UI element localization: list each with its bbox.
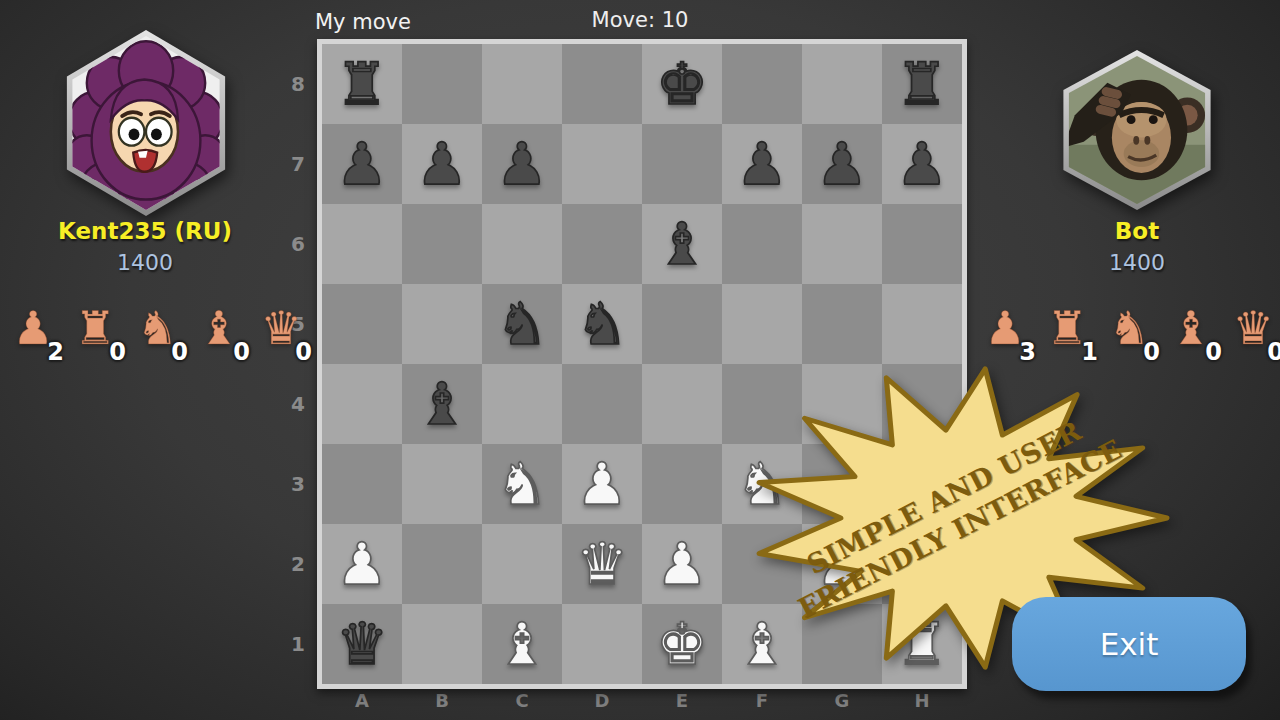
square-a2[interactable]: ♟ — [322, 524, 402, 604]
rank-label-3: 3 — [284, 444, 312, 524]
captured-count: 0 — [295, 338, 312, 366]
square-b4[interactable]: ♝ — [402, 364, 482, 444]
black-queen[interactable]: ♛ — [336, 604, 388, 684]
right-player-avatar — [1057, 50, 1217, 210]
square-d1[interactable] — [562, 604, 642, 684]
file-label-e: E — [642, 690, 722, 711]
square-a8[interactable]: ♜ — [322, 44, 402, 124]
square-h8[interactable]: ♜ — [882, 44, 962, 124]
black-rook[interactable]: ♜ — [896, 44, 948, 124]
square-c6[interactable] — [482, 204, 562, 284]
captured-pawn: ♟3 — [982, 300, 1028, 358]
square-f5[interactable] — [722, 284, 802, 364]
black-king[interactable]: ♚ — [656, 44, 708, 124]
black-pawn[interactable]: ♟ — [896, 124, 948, 204]
square-g7[interactable]: ♟ — [802, 124, 882, 204]
captured-queen: ♛0 — [258, 300, 304, 358]
square-c1[interactable]: ♝ — [482, 604, 562, 684]
black-bishop[interactable]: ♝ — [416, 364, 468, 444]
square-f6[interactable] — [722, 204, 802, 284]
black-pawn[interactable]: ♟ — [416, 124, 468, 204]
square-c2[interactable] — [482, 524, 562, 604]
captured-count: 0 — [1205, 338, 1222, 366]
square-f8[interactable] — [722, 44, 802, 124]
captured-knight: ♞0 — [1106, 300, 1152, 358]
square-b1[interactable] — [402, 604, 482, 684]
file-label-d: D — [562, 690, 642, 711]
file-label-f: F — [722, 690, 802, 711]
captured-bishop: ♝0 — [196, 300, 242, 358]
turn-indicator: My move — [315, 10, 411, 34]
file-label-h: H — [882, 690, 962, 711]
left-player-name: Kent235 (RU) — [25, 218, 265, 244]
square-f7[interactable]: ♟ — [722, 124, 802, 204]
rank-label-6: 6 — [284, 204, 312, 284]
white-bishop[interactable]: ♝ — [496, 604, 548, 684]
square-c8[interactable] — [482, 44, 562, 124]
square-c7[interactable]: ♟ — [482, 124, 562, 204]
square-a7[interactable]: ♟ — [322, 124, 402, 204]
rank-label-8: 8 — [284, 44, 312, 124]
left-player-rating: 1400 — [25, 250, 265, 275]
white-queen[interactable]: ♛ — [576, 524, 628, 604]
square-b2[interactable] — [402, 524, 482, 604]
captured-rook: ♜1 — [1044, 300, 1090, 358]
square-g5[interactable] — [802, 284, 882, 364]
file-label-g: G — [802, 690, 882, 711]
move-counter: Move: 10 — [560, 8, 720, 32]
file-labels: ABCDEFGH — [322, 690, 962, 711]
rank-label-7: 7 — [284, 124, 312, 204]
square-e1[interactable]: ♚ — [642, 604, 722, 684]
square-d3[interactable]: ♟ — [562, 444, 642, 524]
square-d7[interactable] — [562, 124, 642, 204]
white-pawn[interactable]: ♟ — [336, 524, 388, 604]
square-e2[interactable]: ♟ — [642, 524, 722, 604]
square-a1[interactable]: ♛ — [322, 604, 402, 684]
file-label-c: C — [482, 690, 562, 711]
black-rook[interactable]: ♜ — [336, 44, 388, 124]
captured-count: 0 — [1267, 338, 1280, 366]
white-pawn[interactable]: ♟ — [656, 524, 708, 604]
black-pawn[interactable]: ♟ — [736, 124, 788, 204]
captured-bishop: ♝0 — [1168, 300, 1214, 358]
square-h6[interactable] — [882, 204, 962, 284]
captured-pawn: ♟2 — [10, 300, 56, 358]
black-bishop[interactable]: ♝ — [656, 204, 708, 284]
square-b5[interactable] — [402, 284, 482, 364]
square-b3[interactable] — [402, 444, 482, 524]
square-e5[interactable] — [642, 284, 722, 364]
square-c3[interactable]: ♞ — [482, 444, 562, 524]
black-pawn[interactable]: ♟ — [336, 124, 388, 204]
rank-label-2: 2 — [284, 524, 312, 604]
square-c5[interactable]: ♞ — [482, 284, 562, 364]
square-b6[interactable] — [402, 204, 482, 284]
square-e3[interactable] — [642, 444, 722, 524]
square-e8[interactable]: ♚ — [642, 44, 722, 124]
left-captured-tray: ♟2♜0♞0♝0♛0 — [10, 300, 304, 358]
captured-count: 0 — [109, 338, 126, 366]
exit-button[interactable]: Exit — [1012, 597, 1246, 691]
square-e7[interactable] — [642, 124, 722, 204]
captured-queen: ♛0 — [1230, 300, 1276, 358]
square-d5[interactable]: ♞ — [562, 284, 642, 364]
captured-count: 2 — [47, 338, 64, 366]
rank-label-1: 1 — [284, 604, 312, 684]
square-d2[interactable]: ♛ — [562, 524, 642, 604]
square-c4[interactable] — [482, 364, 562, 444]
square-b8[interactable] — [402, 44, 482, 124]
square-h5[interactable] — [882, 284, 962, 364]
square-a5[interactable] — [322, 284, 402, 364]
cartoon-girl-avatar-image — [66, 36, 226, 210]
right-captured-tray: ♟3♜1♞0♝0♛0 — [982, 300, 1276, 358]
square-g6[interactable] — [802, 204, 882, 284]
file-label-b: B — [402, 690, 482, 711]
file-label-a: A — [322, 690, 402, 711]
square-d4[interactable] — [562, 364, 642, 444]
white-knight[interactable]: ♞ — [496, 444, 548, 524]
white-king[interactable]: ♚ — [656, 604, 708, 684]
square-a4[interactable] — [322, 364, 402, 444]
square-a6[interactable] — [322, 204, 402, 284]
square-a3[interactable] — [322, 444, 402, 524]
square-b7[interactable]: ♟ — [402, 124, 482, 204]
left-player-avatar — [60, 30, 232, 216]
black-pawn[interactable]: ♟ — [816, 124, 868, 204]
square-g8[interactable] — [802, 44, 882, 124]
white-pawn[interactable]: ♟ — [576, 444, 628, 524]
black-knight[interactable]: ♞ — [576, 284, 628, 364]
right-player-rating: 1400 — [1037, 250, 1237, 275]
right-player-name: Bot — [1037, 218, 1237, 244]
square-e4[interactable] — [642, 364, 722, 444]
square-e6[interactable]: ♝ — [642, 204, 722, 284]
captured-rook: ♜0 — [72, 300, 118, 358]
square-h7[interactable]: ♟ — [882, 124, 962, 204]
rank-label-4: 4 — [284, 364, 312, 444]
captured-knight: ♞0 — [134, 300, 180, 358]
black-knight[interactable]: ♞ — [496, 284, 548, 364]
black-pawn[interactable]: ♟ — [496, 124, 548, 204]
captured-count: 0 — [171, 338, 188, 366]
square-d6[interactable] — [562, 204, 642, 284]
captured-count: 0 — [233, 338, 250, 366]
square-d8[interactable] — [562, 44, 642, 124]
